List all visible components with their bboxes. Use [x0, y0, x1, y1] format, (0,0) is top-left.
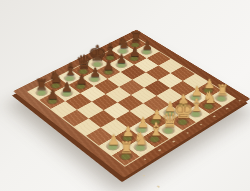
frame-dot	[186, 132, 190, 134]
frame-dot	[158, 149, 162, 152]
square-a7[interactable]: ♟	[39, 93, 65, 109]
chess-board: ♜♞♝♛♚♝♞♜♟♟♟♟♟♟♟♟♟♟♟♟♟♟♟♟♜♞♝♛♚♝♞♜	[13, 30, 250, 178]
frame-dot	[156, 185, 160, 188]
frame-dot	[213, 115, 217, 117]
piece-black-pawn-a7[interactable]: ♟	[39, 88, 67, 101]
frame-dot	[142, 174, 146, 177]
board-frame: ♜♞♝♛♚♝♞♜♟♟♟♟♟♟♟♟♟♟♟♟♟♟♟♟♜♞♝♛♚♝♞♜	[13, 30, 250, 178]
piece-white-rook-a1[interactable]: ♜	[111, 140, 142, 156]
frame-inlay-line: ♜♞♝♛♚♝♞♜♟♟♟♟♟♟♟♟♟♟♟♟♟♟♟♟♜♞♝♛♚♝♞♜	[27, 37, 236, 167]
board-squares: ♜♞♝♛♚♝♞♜♟♟♟♟♟♟♟♟♟♟♟♟♟♟♟♟♜♞♝♛♚♝♞♜	[28, 37, 234, 165]
table-surface: ♜♞♝♛♚♝♞♜♟♟♟♟♟♟♟♟♟♟♟♟♟♟♟♟♜♞♝♛♚♝♞♜	[0, 0, 250, 191]
frame-dot	[225, 107, 229, 109]
frame-dot	[143, 158, 147, 161]
frame-dot	[238, 100, 242, 102]
square-h5[interactable]	[158, 59, 183, 73]
frame-dot	[199, 123, 203, 125]
square-a1[interactable]: ♜	[112, 147, 140, 166]
frame-dot	[172, 140, 176, 143]
square-a4[interactable]	[74, 118, 101, 136]
